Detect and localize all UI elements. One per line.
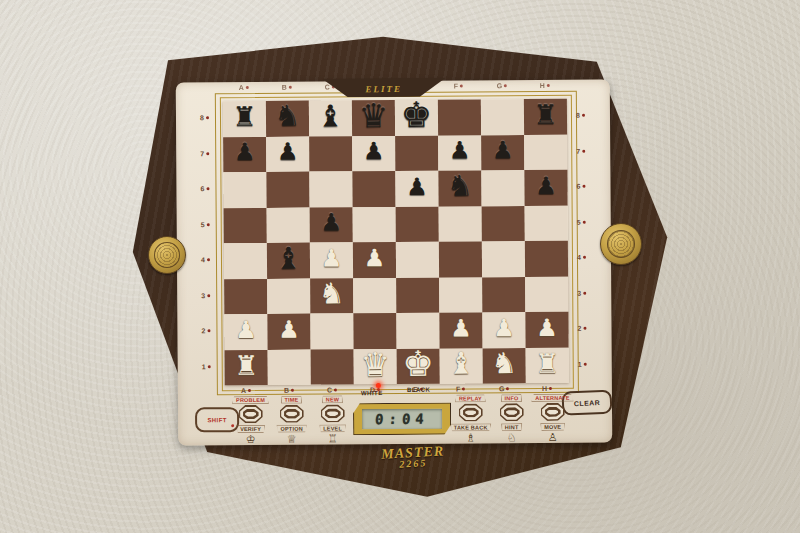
square-f1[interactable]: ♝ bbox=[440, 348, 483, 384]
square-c6[interactable] bbox=[309, 171, 352, 207]
square-e7[interactable] bbox=[395, 135, 438, 171]
square-h2[interactable]: ♟ bbox=[525, 312, 568, 348]
square-a2[interactable]: ♟ bbox=[224, 314, 267, 350]
piece-black-pawn[interactable]: ♟ bbox=[363, 139, 385, 163]
piece-white-bishop[interactable]: ♝ bbox=[448, 349, 475, 379]
square-d3[interactable] bbox=[353, 277, 396, 313]
hexagon-key[interactable] bbox=[238, 405, 262, 423]
square-a7[interactable]: ♟ bbox=[223, 136, 266, 172]
square-g4[interactable] bbox=[482, 241, 525, 277]
square-e5[interactable] bbox=[396, 206, 439, 242]
rank-label-right-2: 2 bbox=[577, 325, 586, 332]
square-f7[interactable]: ♟ bbox=[438, 135, 481, 171]
led-dot bbox=[206, 187, 209, 190]
square-f6[interactable]: ♞ bbox=[438, 170, 481, 206]
piece-black-pawn[interactable]: ♟ bbox=[492, 138, 514, 162]
square-b4[interactable]: ♝ bbox=[267, 243, 310, 279]
shift-button-label: SHIFT bbox=[207, 417, 226, 423]
square-c8[interactable]: ♝ bbox=[309, 100, 352, 136]
square-b2[interactable]: ♟ bbox=[267, 314, 310, 350]
square-h7[interactable] bbox=[524, 134, 567, 170]
square-a6[interactable] bbox=[223, 172, 266, 208]
piece-black-queen[interactable]: ♛ bbox=[359, 99, 389, 132]
rank-label-left-5: 5 bbox=[201, 221, 210, 228]
led-dot bbox=[583, 256, 586, 259]
piece-black-pawn[interactable]: ♟ bbox=[277, 140, 299, 164]
button-top-label: NEW bbox=[322, 395, 343, 403]
rank-label-left-2: 2 bbox=[201, 327, 210, 334]
file-label-top-f: F bbox=[454, 83, 463, 90]
square-d1[interactable]: ♛ bbox=[354, 348, 397, 384]
king-icon: ♔ bbox=[246, 435, 256, 445]
square-h1[interactable]: ♜ bbox=[526, 347, 569, 383]
knight-icon: ♘ bbox=[507, 433, 517, 443]
square-e1[interactable]: ♚ bbox=[397, 348, 440, 384]
chess-board: ♜♞♝♛♚♜♟♟♟♟♟♟♞♟♟♝♟♟♞♟♟♟♟♟♜♛♚♝♞♜ bbox=[223, 99, 569, 385]
square-g5[interactable] bbox=[482, 206, 525, 242]
button-top-label: PROBLEM bbox=[232, 396, 269, 404]
rank-label-left-6: 6 bbox=[200, 185, 209, 192]
led-dot bbox=[583, 327, 586, 330]
led-dot bbox=[504, 84, 507, 87]
piece-black-pawn[interactable]: ♟ bbox=[449, 139, 471, 163]
piece-white-pawn[interactable]: ♟ bbox=[235, 318, 257, 342]
led-dot bbox=[207, 223, 210, 226]
led-dot bbox=[206, 152, 209, 155]
file-label-bottom-h: H bbox=[542, 385, 552, 392]
brand-logo: ELITE bbox=[365, 81, 402, 93]
button-bottom-label: OPTION bbox=[276, 425, 306, 433]
square-b8[interactable]: ♞ bbox=[266, 101, 309, 137]
white-turn-led bbox=[376, 383, 381, 388]
piece-white-pawn[interactable]: ♟ bbox=[364, 246, 386, 270]
piece-black-pawn[interactable]: ♟ bbox=[234, 140, 256, 164]
piece-white-knight[interactable]: ♞ bbox=[491, 349, 517, 378]
button-top-label: REPLAY bbox=[455, 394, 486, 402]
square-h5[interactable] bbox=[525, 205, 568, 241]
square-b5[interactable] bbox=[267, 207, 310, 243]
rank-label-left-7: 7 bbox=[200, 150, 209, 157]
square-b6[interactable] bbox=[266, 172, 309, 208]
rank-label-right-7: 7 bbox=[576, 147, 585, 154]
led-dot bbox=[291, 389, 294, 392]
square-b7[interactable]: ♟ bbox=[266, 136, 309, 172]
square-a3[interactable] bbox=[224, 278, 267, 314]
square-h4[interactable] bbox=[525, 241, 568, 277]
piece-black-bishop[interactable]: ♝ bbox=[317, 101, 344, 131]
square-d6[interactable] bbox=[352, 171, 395, 207]
led-dot bbox=[506, 387, 509, 390]
piece-white-queen[interactable]: ♛ bbox=[360, 348, 390, 381]
square-f5[interactable] bbox=[439, 206, 482, 242]
new-button[interactable]: NEWLEVEL♖ bbox=[312, 395, 353, 444]
square-b3[interactable] bbox=[267, 278, 310, 314]
brass-medallion-icon bbox=[600, 223, 642, 265]
led-dot bbox=[207, 258, 210, 261]
rank-label-left-4: 4 bbox=[201, 256, 210, 263]
piece-white-pawn[interactable]: ♟ bbox=[321, 246, 343, 270]
rank-label-right-1: 1 bbox=[578, 360, 587, 367]
pawn-icon: ♙ bbox=[548, 433, 558, 443]
alternate-button[interactable]: ALTERNATEMOVE♙ bbox=[532, 394, 573, 443]
clear-button-label: CLEAR bbox=[574, 399, 600, 407]
black-turn-label: BLACK bbox=[407, 387, 431, 393]
white-turn-label: WHITE bbox=[361, 390, 383, 396]
rook-icon: ♖ bbox=[328, 434, 338, 444]
led-dot bbox=[547, 84, 550, 87]
square-b1[interactable] bbox=[268, 349, 311, 385]
led-dot bbox=[583, 220, 586, 223]
piece-white-king[interactable]: ♚ bbox=[402, 346, 434, 381]
lcd-display-bezel: 0:04 bbox=[353, 403, 451, 436]
square-a4[interactable] bbox=[224, 243, 267, 279]
piece-black-rook[interactable]: ♜ bbox=[232, 103, 256, 130]
led-dot bbox=[549, 387, 552, 390]
led-dot bbox=[289, 86, 292, 89]
square-d8[interactable]: ♛ bbox=[352, 100, 395, 136]
rank-label-right-3: 3 bbox=[577, 289, 586, 296]
file-label-top-a: A bbox=[239, 84, 249, 91]
problem-button[interactable]: PROBLEMVERIFY♔ bbox=[230, 396, 271, 445]
file-label-top-h: H bbox=[540, 82, 550, 89]
square-e8[interactable]: ♚ bbox=[395, 100, 438, 136]
time-button[interactable]: TIMEOPTION♕ bbox=[271, 396, 312, 445]
square-d4[interactable]: ♟ bbox=[353, 242, 396, 278]
led-dot bbox=[582, 149, 585, 152]
piece-white-rook[interactable]: ♜ bbox=[535, 350, 559, 377]
led-dot bbox=[207, 294, 210, 297]
square-g3[interactable] bbox=[482, 277, 525, 313]
square-e4[interactable] bbox=[396, 242, 439, 278]
piece-black-knight[interactable]: ♞ bbox=[447, 172, 473, 201]
square-c2[interactable] bbox=[310, 313, 353, 349]
hexagon-key[interactable] bbox=[320, 404, 344, 422]
file-label-top-b: B bbox=[282, 84, 292, 91]
square-h3[interactable] bbox=[525, 276, 568, 312]
rank-label-left-3: 3 bbox=[201, 292, 210, 299]
piece-white-pawn[interactable]: ♟ bbox=[278, 317, 300, 341]
rank-label-right-6: 6 bbox=[576, 183, 585, 190]
led-dot bbox=[248, 389, 251, 392]
square-f4[interactable] bbox=[439, 241, 482, 277]
piece-white-knight[interactable]: ♞ bbox=[319, 279, 345, 308]
piece-white-rook[interactable]: ♜ bbox=[234, 352, 258, 379]
square-g8[interactable] bbox=[481, 99, 524, 135]
piece-black-pawn[interactable]: ♟ bbox=[320, 211, 342, 235]
hexagon-key[interactable] bbox=[279, 405, 303, 423]
square-f8[interactable] bbox=[438, 99, 481, 135]
square-h8[interactable]: ♜ bbox=[524, 99, 567, 135]
square-g6[interactable] bbox=[481, 170, 524, 206]
square-c7[interactable] bbox=[309, 136, 352, 172]
square-e3[interactable] bbox=[396, 277, 439, 313]
file-label-bottom-b: B bbox=[284, 387, 294, 394]
rank-label-right-5: 5 bbox=[577, 218, 586, 225]
model-nameplate: MASTER 2265 bbox=[367, 444, 458, 472]
hexagon-key[interactable] bbox=[540, 403, 564, 421]
square-a1[interactable]: ♜ bbox=[225, 349, 268, 385]
queen-icon: ♕ bbox=[287, 435, 297, 445]
led-dot bbox=[246, 86, 249, 89]
brass-medallion-icon bbox=[148, 236, 186, 274]
piece-white-pawn[interactable]: ♟ bbox=[450, 316, 472, 340]
button-top-label: TIME bbox=[280, 396, 302, 404]
led-dot bbox=[460, 85, 463, 88]
button-top-label: ALTERNATE bbox=[531, 394, 573, 402]
square-f3[interactable] bbox=[439, 277, 482, 313]
rank-label-left-8: 8 bbox=[200, 114, 209, 121]
replay-button[interactable]: REPLAYTAKE BACK♗ bbox=[450, 394, 491, 443]
led-dot bbox=[207, 329, 210, 332]
piece-white-pawn[interactable]: ♟ bbox=[493, 316, 515, 340]
button-bottom-label: LEVEL bbox=[319, 424, 346, 432]
rank-label-right-8: 8 bbox=[576, 112, 585, 119]
file-label-bottom-c: C bbox=[327, 386, 337, 393]
hexagon-key[interactable] bbox=[499, 403, 523, 421]
square-h6[interactable]: ♟ bbox=[524, 170, 567, 206]
piece-black-king[interactable]: ♚ bbox=[401, 98, 433, 133]
file-label-bottom-f: F bbox=[456, 386, 465, 393]
button-bottom-label: TAKE BACK bbox=[450, 423, 492, 431]
square-c4[interactable]: ♟ bbox=[310, 242, 353, 278]
square-c1[interactable] bbox=[311, 349, 354, 385]
square-a8[interactable]: ♜ bbox=[223, 101, 266, 137]
button-bottom-label: HINT bbox=[501, 423, 523, 431]
piece-black-bishop[interactable]: ♝ bbox=[275, 243, 302, 273]
piece-white-pawn[interactable]: ♟ bbox=[536, 316, 558, 340]
square-g2[interactable]: ♟ bbox=[482, 312, 525, 348]
led-dot bbox=[584, 362, 587, 365]
rank-label-left-1: 1 bbox=[202, 363, 211, 370]
square-g7[interactable]: ♟ bbox=[481, 135, 524, 171]
clock-digits: 0:04 bbox=[375, 411, 430, 427]
square-f2[interactable]: ♟ bbox=[439, 312, 482, 348]
lcd-screen: 0:04 bbox=[362, 409, 442, 430]
square-d2[interactable] bbox=[353, 313, 396, 349]
led-dot bbox=[462, 388, 465, 391]
console-panel: ♜♞♝♛♚♜♟♟♟♟♟♟♞♟♟♝♟♟♞♟♟♟♟♟♜♛♚♝♞♜ AABBCCDDE… bbox=[176, 79, 613, 445]
button-top-label: INFO bbox=[500, 394, 522, 402]
square-c5[interactable]: ♟ bbox=[310, 207, 353, 243]
led-dot bbox=[208, 365, 211, 368]
square-e6[interactable]: ♟ bbox=[395, 171, 438, 207]
file-label-bottom-g: G bbox=[499, 385, 510, 392]
info-button[interactable]: INFOHINT♘ bbox=[491, 394, 532, 443]
led-dot bbox=[582, 185, 585, 188]
square-g1[interactable]: ♞ bbox=[483, 348, 526, 384]
piece-black-pawn[interactable]: ♟ bbox=[535, 174, 557, 198]
piece-black-knight[interactable]: ♞ bbox=[274, 102, 300, 131]
hexagon-key[interactable] bbox=[458, 403, 482, 421]
square-c3[interactable]: ♞ bbox=[310, 278, 353, 314]
rank-label-right-4: 4 bbox=[577, 254, 586, 261]
square-d5[interactable] bbox=[353, 206, 396, 242]
button-bottom-label: MOVE bbox=[540, 423, 565, 431]
led-dot bbox=[582, 114, 585, 117]
file-label-top-g: G bbox=[497, 82, 508, 89]
square-d7[interactable]: ♟ bbox=[352, 135, 395, 171]
button-bottom-label: VERIFY bbox=[236, 425, 265, 433]
led-dot bbox=[334, 388, 337, 391]
file-label-bottom-a: A bbox=[241, 387, 251, 394]
piece-black-rook[interactable]: ♜ bbox=[533, 101, 557, 128]
piece-black-pawn[interactable]: ♟ bbox=[406, 175, 428, 199]
led-dot bbox=[583, 291, 586, 294]
square-a5[interactable] bbox=[224, 207, 267, 243]
bishop-icon: ♗ bbox=[466, 433, 476, 443]
led-dot bbox=[206, 116, 209, 119]
